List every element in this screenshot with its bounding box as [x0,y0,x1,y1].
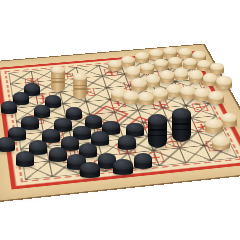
cream-checker-piece[interactable] [131,78,146,90]
piece-top-face [146,74,161,83]
black-checker-piece[interactable] [49,147,68,162]
piece-top-face [208,91,224,101]
king-stack-groove [52,78,64,80]
piece-top-face [152,88,168,98]
piece-top-face [149,49,163,57]
piece-top-face [160,70,175,79]
piece-top-face [113,159,132,171]
king-stack-groove [74,85,86,87]
piece-top-face [203,73,218,82]
cream-checker-piece[interactable] [135,52,149,63]
piece-top-face [134,153,153,165]
cream-checker-piece[interactable] [208,91,224,104]
cream-checker-piece[interactable] [121,56,135,67]
black-checker-piece[interactable] [1,101,17,114]
cream-checker-piece[interactable] [205,119,222,133]
piece-top-face [189,70,204,79]
cream-checker-piece[interactable] [221,113,238,127]
piece-top-face [85,115,102,126]
cream-checker-piece[interactable] [123,91,139,104]
black-checker-piece[interactable] [80,162,99,178]
king-stack-groove [74,88,86,90]
black-checker-piece[interactable] [0,137,15,152]
cream-checker-piece[interactable] [183,58,197,70]
cream-checker-piece[interactable] [146,74,161,86]
cream-checker-piece[interactable] [168,57,182,69]
black-checker-piece[interactable] [118,135,136,150]
king-stack-groove [148,129,165,131]
black-stacked-king-piece[interactable] [172,108,191,142]
piece-top-face [126,66,141,75]
cream-stacked-king-piece[interactable] [73,73,87,99]
piece-top-face [16,151,35,163]
piece-top-face [21,116,38,127]
piece-top-face [118,135,136,146]
piece-top-face [61,136,79,147]
black-checker-piece[interactable] [113,159,132,175]
king-stack-groove [172,123,189,125]
black-checker-piece[interactable] [134,153,153,169]
cream-stacked-king-piece[interactable] [51,66,65,92]
piece-top-face [73,126,91,137]
piece-top-face [123,91,139,101]
black-checker-piece[interactable] [16,151,35,166]
piece-top-face [54,118,71,129]
piece-layer [0,0,240,240]
piece-top-face [79,143,97,154]
cream-checker-piece[interactable] [189,70,204,82]
piece-top-face [131,78,146,87]
piece-top-face [1,101,17,111]
king-stack-groove [148,135,165,137]
cream-checker-piece[interactable] [216,76,231,88]
king-stack-groove [52,81,64,83]
king-stack-groove [172,129,189,131]
piece-top-face [178,48,192,56]
piece-top-face [91,131,109,142]
piece-top-face [51,66,65,74]
piece-top-face [172,108,191,120]
piece-top-face [138,92,154,102]
cream-checker-piece[interactable] [138,92,154,105]
piece-top-face [102,121,119,132]
piece-top-face [216,76,231,85]
piece-top-face [45,95,61,105]
piece-top-face [212,135,230,146]
piece-top-face [174,68,189,77]
cream-checker-piece[interactable] [212,135,230,150]
cream-checker-piece[interactable] [160,70,175,82]
piece-top-face [148,114,167,126]
piece-top-face [29,140,47,151]
piece-top-face [49,147,68,159]
cream-checker-piece[interactable] [108,60,122,72]
piece-top-face [80,162,99,174]
cream-checker-piece[interactable] [140,63,154,75]
black-stacked-king-piece[interactable] [148,114,167,148]
piece-top-face [0,137,15,148]
cream-checker-piece[interactable] [174,68,189,80]
cream-checker-piece[interactable] [154,59,168,71]
piece-top-face [205,119,222,130]
cream-checker-piece[interactable] [152,88,168,101]
piece-top-face [163,47,177,55]
piece-top-face [135,52,149,61]
cream-checker-piece[interactable] [126,66,141,78]
piece-top-face [126,123,143,134]
cream-checker-piece[interactable] [203,73,218,85]
product-photo [0,0,240,240]
piece-top-face [8,127,26,138]
piece-top-face [73,73,87,81]
